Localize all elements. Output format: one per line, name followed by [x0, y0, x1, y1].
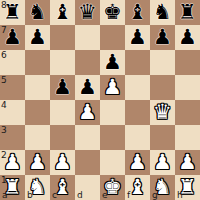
chess-board: ♜︎8♞︎♝︎♛︎♚︎♝︎♞︎♜︎♟︎7♟︎♟︎♟︎♟︎6♟︎5♟︎♟︎♟︎4♟… [0, 0, 200, 200]
piece-black-bishop-f8[interactable]: ♝︎ [128, 0, 147, 25]
square-b3[interactable] [25, 125, 50, 150]
piece-black-knight-g8[interactable]: ♞︎ [153, 0, 172, 25]
rank-label-5: 5 [1, 76, 7, 85]
square-b4[interactable] [25, 100, 50, 125]
square-h8[interactable]: ♜︎ [175, 0, 200, 25]
rank-label-3: 3 [1, 126, 7, 135]
square-b6[interactable] [25, 50, 50, 75]
square-e5[interactable]: ♟︎ [100, 75, 125, 100]
square-d3[interactable] [75, 125, 100, 150]
square-a8[interactable]: ♜︎8 [0, 0, 25, 25]
square-c3[interactable] [50, 125, 75, 150]
square-e8[interactable]: ♚︎ [100, 0, 125, 25]
piece-white-bishop-c1[interactable]: ♝︎ [53, 175, 72, 200]
square-d5[interactable]: ♟︎ [75, 75, 100, 100]
square-a2[interactable]: ♟︎2 [0, 150, 25, 175]
piece-white-king-e1[interactable]: ♚︎ [103, 175, 122, 200]
square-b7[interactable]: ♟︎ [25, 25, 50, 50]
square-e2[interactable] [100, 150, 125, 175]
piece-black-pawn-h7[interactable]: ♟︎ [178, 25, 197, 50]
square-h1[interactable]: ♜︎h [175, 175, 200, 200]
square-f6[interactable] [125, 50, 150, 75]
square-c5[interactable]: ♟︎ [50, 75, 75, 100]
piece-white-bishop-f1[interactable]: ♝︎ [128, 175, 147, 200]
square-d1[interactable]: d [75, 175, 100, 200]
piece-white-rook-a1[interactable]: ♜︎ [3, 175, 22, 200]
square-c1[interactable]: ♝︎c [50, 175, 75, 200]
square-c4[interactable] [50, 100, 75, 125]
square-e4[interactable] [100, 100, 125, 125]
square-a4[interactable]: 4 [0, 100, 25, 125]
square-c7[interactable] [50, 25, 75, 50]
file-label-d: d [77, 191, 83, 200]
piece-black-pawn-e6[interactable]: ♟︎ [103, 50, 122, 75]
square-e7[interactable] [100, 25, 125, 50]
square-g5[interactable] [150, 75, 175, 100]
piece-black-pawn-a7[interactable]: ♟︎ [3, 25, 22, 50]
square-h4[interactable] [175, 100, 200, 125]
piece-white-pawn-a2[interactable]: ♟︎ [3, 150, 22, 175]
piece-black-pawn-f7[interactable]: ♟︎ [128, 25, 147, 50]
square-d4[interactable]: ♟︎ [75, 100, 100, 125]
square-g8[interactable]: ♞︎ [150, 0, 175, 25]
square-g7[interactable]: ♟︎ [150, 25, 175, 50]
square-a1[interactable]: ♜︎1a [0, 175, 25, 200]
piece-black-pawn-b7[interactable]: ♟︎ [28, 25, 47, 50]
square-h5[interactable] [175, 75, 200, 100]
square-f1[interactable]: ♝︎f [125, 175, 150, 200]
piece-white-pawn-g2[interactable]: ♟︎ [153, 150, 172, 175]
square-a7[interactable]: ♟︎7 [0, 25, 25, 50]
piece-white-pawn-e5[interactable]: ♟︎ [103, 75, 122, 100]
square-d6[interactable] [75, 50, 100, 75]
square-f7[interactable]: ♟︎ [125, 25, 150, 50]
square-g4[interactable]: ♛︎ [150, 100, 175, 125]
square-f8[interactable]: ♝︎ [125, 0, 150, 25]
square-a6[interactable]: 6 [0, 50, 25, 75]
piece-white-pawn-b2[interactable]: ♟︎ [28, 150, 47, 175]
piece-black-rook-h8[interactable]: ♜︎ [178, 0, 197, 25]
square-e1[interactable]: ♚︎e [100, 175, 125, 200]
piece-black-king-e8[interactable]: ♚︎ [103, 0, 122, 25]
piece-white-pawn-c2[interactable]: ♟︎ [53, 150, 72, 175]
square-h6[interactable] [175, 50, 200, 75]
piece-black-pawn-c5[interactable]: ♟︎ [53, 75, 72, 100]
piece-white-pawn-d4[interactable]: ♟︎ [78, 100, 97, 125]
piece-black-pawn-d5[interactable]: ♟︎ [78, 75, 97, 100]
square-b8[interactable]: ♞︎ [25, 0, 50, 25]
piece-white-rook-h1[interactable]: ♜︎ [178, 175, 197, 200]
square-g1[interactable]: ♞︎g [150, 175, 175, 200]
square-g2[interactable]: ♟︎ [150, 150, 175, 175]
piece-white-knight-b1[interactable]: ♞︎ [28, 175, 47, 200]
square-c8[interactable]: ♝︎ [50, 0, 75, 25]
square-h2[interactable]: ♟︎ [175, 150, 200, 175]
square-g3[interactable] [150, 125, 175, 150]
square-b2[interactable]: ♟︎ [25, 150, 50, 175]
square-c6[interactable] [50, 50, 75, 75]
piece-black-rook-a8[interactable]: ♜︎ [3, 0, 22, 25]
square-f4[interactable] [125, 100, 150, 125]
square-f2[interactable]: ♟︎ [125, 150, 150, 175]
square-c2[interactable]: ♟︎ [50, 150, 75, 175]
square-f3[interactable] [125, 125, 150, 150]
square-d2[interactable] [75, 150, 100, 175]
square-f5[interactable] [125, 75, 150, 100]
piece-white-pawn-h2[interactable]: ♟︎ [178, 150, 197, 175]
piece-white-knight-g1[interactable]: ♞︎ [153, 175, 172, 200]
piece-black-pawn-g7[interactable]: ♟︎ [153, 25, 172, 50]
square-e6[interactable]: ♟︎ [100, 50, 125, 75]
piece-white-queen-g4[interactable]: ♛︎ [153, 100, 172, 125]
square-a3[interactable]: 3 [0, 125, 25, 150]
square-d7[interactable] [75, 25, 100, 50]
rank-label-6: 6 [1, 51, 7, 60]
square-g6[interactable] [150, 50, 175, 75]
piece-black-queen-d8[interactable]: ♛︎ [78, 0, 97, 25]
square-b5[interactable] [25, 75, 50, 100]
square-h7[interactable]: ♟︎ [175, 25, 200, 50]
square-e3[interactable] [100, 125, 125, 150]
rank-label-4: 4 [1, 101, 7, 110]
piece-black-knight-b8[interactable]: ♞︎ [28, 0, 47, 25]
piece-black-bishop-c8[interactable]: ♝︎ [53, 0, 72, 25]
piece-white-pawn-f2[interactable]: ♟︎ [128, 150, 147, 175]
square-a5[interactable]: 5 [0, 75, 25, 100]
square-d8[interactable]: ♛︎ [75, 0, 100, 25]
square-h3[interactable] [175, 125, 200, 150]
square-b1[interactable]: ♞︎b [25, 175, 50, 200]
